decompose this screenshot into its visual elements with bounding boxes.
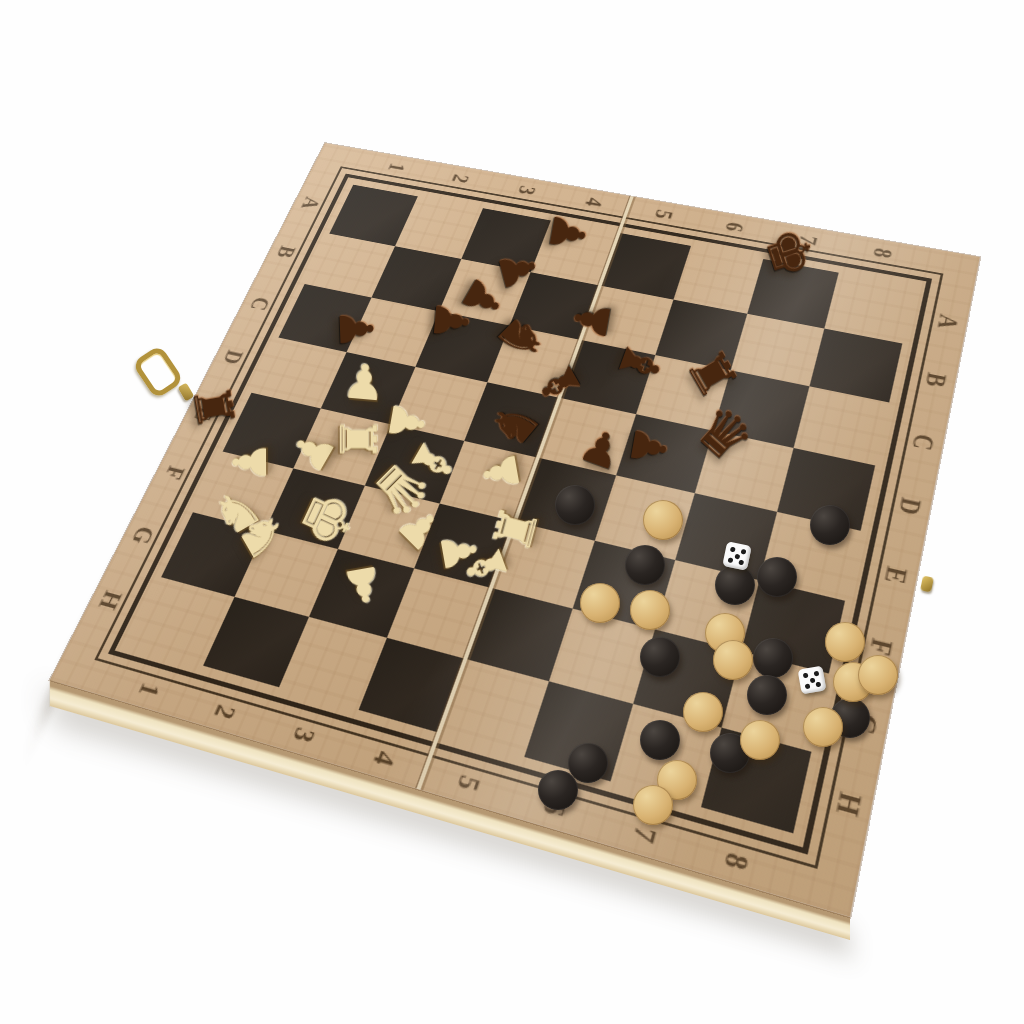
wood-checker[interactable] [633,785,673,825]
dark-pawn[interactable]: ♟ [623,423,675,472]
light-pawn[interactable]: ♟ [339,559,388,611]
die-pip [741,549,747,555]
wood-checker[interactable] [643,500,683,540]
wood-checker[interactable] [630,590,670,630]
wood-checker[interactable] [825,622,865,662]
die-pip [809,677,815,683]
die-pip [730,546,736,552]
black-checker[interactable] [640,720,680,760]
wood-checker[interactable] [858,655,898,695]
die-pip [738,560,744,566]
black-checker[interactable] [538,770,578,810]
light-pawn[interactable]: ♟ [227,441,273,482]
dark-pawn[interactable]: ♟ [542,209,594,258]
die-showing-5[interactable] [798,666,827,695]
dark-pawn[interactable]: ♟ [332,308,379,351]
wood-checker[interactable] [803,707,843,747]
black-checker[interactable] [810,505,850,545]
wood-checker[interactable] [713,640,753,680]
black-checker[interactable] [555,485,595,525]
wood-checker[interactable] [683,692,723,732]
light-rook[interactable]: ♜ [332,417,382,462]
die-pip [804,684,810,690]
die-pip [802,672,808,678]
black-checker[interactable] [753,638,793,678]
black-checker[interactable] [757,557,797,597]
brass-clasp-hook[interactable] [132,344,185,399]
light-pawn[interactable]: ♟ [475,448,527,497]
die-pip [734,553,740,559]
black-checker[interactable] [625,545,665,585]
dark-rook[interactable]: ♜ [184,381,241,434]
die-pip [816,682,822,688]
light-pawn[interactable]: ♟ [340,356,387,408]
brass-catch-knob [920,576,934,593]
die-pip [814,670,820,676]
wood-checker[interactable] [580,583,620,623]
wood-checker[interactable] [740,720,780,760]
die-pip [727,557,733,563]
black-checker[interactable] [747,675,787,715]
black-checker[interactable] [640,637,680,677]
die-showing-5[interactable] [722,541,752,571]
product-photo-scene: 11AA22BB33CC44DD55EE66FF77GG88HH ♟♟♟♟♟♟♟… [0,0,1024,1024]
dark-pawn[interactable]: ♟ [426,298,475,343]
dark-pawn[interactable]: ♟ [566,296,618,345]
black-checker[interactable] [715,565,755,605]
